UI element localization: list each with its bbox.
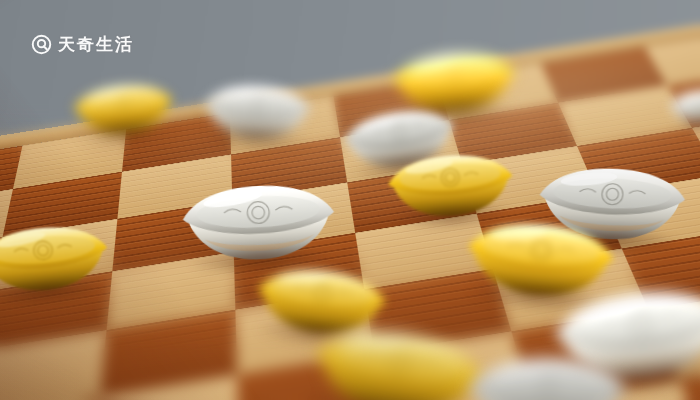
silver-ingot-piece[interactable]	[467, 351, 629, 400]
watermark: 天奇生活	[31, 34, 134, 55]
tianqi-life-logo-icon	[31, 34, 52, 55]
photo-stage: 天奇生活	[0, 0, 700, 400]
watermark-text: 天奇生活	[58, 36, 134, 53]
gold-ingot-piece[interactable]	[306, 315, 491, 400]
pieces-layer	[0, 0, 700, 400]
gold-ingot-piece[interactable]	[71, 77, 178, 147]
silver-ingot-piece[interactable]	[200, 78, 313, 150]
gold-ingot-piece[interactable]	[0, 217, 113, 307]
silver-ingot-piece[interactable]	[667, 85, 700, 131]
